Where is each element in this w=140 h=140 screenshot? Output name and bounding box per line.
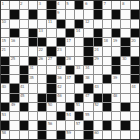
- cell-r12-c5[interactable]: [47, 112, 55, 120]
- cell-r12-c1[interactable]: [10, 112, 18, 120]
- cell-r11-c0-block: [1, 103, 9, 111]
- cell-r14-c8[interactable]: [75, 131, 83, 139]
- cell-r13-c1[interactable]: [10, 121, 18, 129]
- cell-r6-c5[interactable]: 27: [47, 57, 55, 65]
- cell-r9-c4[interactable]: [38, 84, 46, 92]
- cell-r0-c13[interactable]: 8: [121, 1, 129, 9]
- cell-r9-c1-block: [10, 84, 18, 92]
- clue-number: 57: [76, 121, 80, 126]
- cell-r0-c1[interactable]: [10, 1, 18, 9]
- cell-r12-c8-block: [75, 112, 83, 120]
- cell-r13-c10[interactable]: [94, 121, 102, 129]
- cell-r2-c0[interactable]: 10: [1, 20, 9, 28]
- cell-r9-c8[interactable]: [75, 84, 83, 92]
- cell-r0-c2[interactable]: 2: [20, 1, 28, 9]
- cell-r4-c0[interactable]: 15: [1, 38, 9, 46]
- cell-r11-c12[interactable]: [112, 103, 120, 111]
- cell-r5-c6[interactable]: 23: [57, 47, 65, 55]
- cell-r9-c2[interactable]: 41: [20, 84, 28, 92]
- cell-r6-c11[interactable]: [103, 57, 111, 65]
- cell-r8-c6[interactable]: 36: [57, 75, 65, 83]
- clue-number: 31: [29, 66, 33, 71]
- clue-number: 14: [76, 29, 80, 34]
- cell-r7-c8[interactable]: 33: [75, 66, 83, 74]
- cell-r4-c1[interactable]: 16: [10, 38, 18, 46]
- clue-number: 40: [2, 84, 6, 89]
- clue-number: 41: [20, 84, 24, 89]
- cell-r6-c0-block: [1, 57, 9, 65]
- cell-r4-c12[interactable]: 19: [112, 38, 120, 46]
- cell-r13-c9-block: [84, 121, 92, 129]
- clue-number: 34: [85, 66, 89, 71]
- clue-number: 42: [57, 84, 61, 89]
- cell-r14-c4-block: [38, 131, 46, 139]
- cell-r10-c8-block: [75, 94, 83, 102]
- cell-r14-c9-block: [84, 131, 92, 139]
- cell-r1-c9[interactable]: [84, 10, 92, 18]
- cell-r1-c7[interactable]: [66, 10, 74, 18]
- cell-r6-c1[interactable]: 25: [10, 57, 18, 65]
- cell-r8-c10[interactable]: [94, 75, 102, 83]
- cell-r9-c14[interactable]: 44: [131, 84, 139, 92]
- cell-r14-c12[interactable]: [112, 131, 120, 139]
- cell-r7-c13[interactable]: [121, 66, 129, 74]
- cell-r5-c9-block: [84, 47, 92, 55]
- cell-r8-c11-block: [103, 75, 111, 83]
- cell-r4-c10-block: [94, 38, 102, 46]
- cell-r9-c3[interactable]: [29, 84, 37, 92]
- clue-number: 2: [20, 1, 22, 6]
- clue-number: 47: [85, 94, 89, 99]
- cell-r12-c7[interactable]: 54: [66, 112, 74, 120]
- cell-r1-c1-block: [10, 10, 18, 18]
- cell-r10-c1-block: [10, 94, 18, 102]
- clue-number: 38: [85, 75, 89, 80]
- cell-r3-c11[interactable]: [103, 29, 111, 37]
- cell-r6-c9-block: [84, 57, 92, 65]
- cell-r0-c3[interactable]: [29, 1, 37, 9]
- cell-r14-c5[interactable]: [47, 131, 55, 139]
- clue-number: 20: [131, 38, 135, 43]
- cell-r9-c13[interactable]: [121, 84, 129, 92]
- cell-r5-c2[interactable]: [20, 47, 28, 55]
- clue-number: 50: [48, 103, 52, 108]
- cell-r6-c3-block: [29, 57, 37, 65]
- clue-number: 54: [66, 112, 70, 117]
- cell-r5-c3[interactable]: [29, 47, 37, 55]
- cell-r9-c0[interactable]: 40: [1, 84, 9, 92]
- cell-r2-c7[interactable]: [66, 20, 74, 28]
- cell-r3-c6[interactable]: [57, 29, 65, 37]
- cell-r0-c11[interactable]: 7: [103, 1, 111, 9]
- cell-r1-c4[interactable]: [38, 10, 46, 18]
- clue-number: 21: [2, 47, 6, 52]
- cell-r13-c11-block: [103, 121, 111, 129]
- cell-r5-c0[interactable]: 21: [1, 47, 9, 55]
- clue-number: 59: [66, 131, 70, 136]
- cell-r10-c2[interactable]: 45: [20, 94, 28, 102]
- cell-r11-c11-block: [103, 103, 111, 111]
- cell-r10-c0[interactable]: [1, 94, 9, 102]
- cell-r7-c11[interactable]: [103, 66, 111, 74]
- cell-r3-c0[interactable]: [1, 29, 9, 37]
- cell-r5-c13-block: [121, 47, 129, 55]
- clue-number: 51: [76, 103, 80, 108]
- clue-number: 46: [57, 94, 61, 99]
- clue-number: 15: [2, 38, 6, 43]
- crossword-grid: 1234567891011121314151617181920212223242…: [0, 0, 140, 140]
- cell-r6-c10[interactable]: 29: [94, 57, 102, 65]
- clue-number: 18: [103, 38, 107, 43]
- cell-r2-c13[interactable]: [121, 20, 129, 28]
- cell-r2-c9[interactable]: 12: [84, 20, 92, 28]
- clue-number: 8: [122, 1, 124, 6]
- cell-r4-c9-block: [84, 38, 92, 46]
- cell-r12-c4[interactable]: [38, 112, 46, 120]
- cell-r10-c5-block: [47, 94, 55, 102]
- cell-r0-c10-block: [94, 1, 102, 9]
- clue-number: 26: [39, 57, 43, 62]
- cell-r6-c4[interactable]: 26: [38, 57, 46, 65]
- cell-r8-c4[interactable]: [38, 75, 46, 83]
- clue-number: 39: [113, 75, 117, 80]
- cell-r11-c8[interactable]: 51: [75, 103, 83, 111]
- cell-r12-c3[interactable]: [29, 112, 37, 120]
- clue-number: 44: [131, 84, 135, 89]
- cell-r10-c4-block: [38, 94, 46, 102]
- cell-r13-c8[interactable]: 57: [75, 121, 83, 129]
- cell-r0-c7[interactable]: 5: [66, 1, 74, 9]
- clue-number: 36: [57, 75, 61, 80]
- cell-r2-c12[interactable]: [112, 20, 120, 28]
- clue-number: 48: [113, 94, 117, 99]
- cell-r10-c13[interactable]: [121, 94, 129, 102]
- cell-r12-c9[interactable]: 55: [84, 112, 92, 120]
- cell-r10-c14[interactable]: [131, 94, 139, 102]
- cell-r4-c14[interactable]: 20: [131, 38, 139, 46]
- cell-r7-c12-block: [112, 66, 120, 74]
- clue-number: 35: [29, 75, 33, 80]
- cell-r1-c2[interactable]: [20, 10, 28, 18]
- cell-r10-c6[interactable]: 46: [57, 94, 65, 102]
- cell-r12-c13[interactable]: [121, 112, 129, 120]
- cell-r9-c10[interactable]: 43: [94, 84, 102, 92]
- cell-r8-c5-block: [47, 75, 55, 83]
- clue-number: 30: [122, 57, 126, 62]
- cell-r11-c10[interactable]: 52: [94, 103, 102, 111]
- cell-r4-c8[interactable]: [75, 38, 83, 46]
- cell-r11-c5[interactable]: 50: [47, 103, 55, 111]
- clue-number: 49: [11, 103, 15, 108]
- cell-r12-c10[interactable]: [94, 112, 102, 120]
- clue-number: 28: [66, 57, 70, 62]
- cell-r1-c10-block: [94, 10, 102, 18]
- cell-r8-c3[interactable]: 35: [29, 75, 37, 83]
- cell-r13-c4-block: [38, 121, 46, 129]
- cell-r0-c5-block: [47, 1, 55, 9]
- cell-r5-c5-block: [47, 47, 55, 55]
- cell-r1-c8[interactable]: [75, 10, 83, 18]
- cell-r12-c6-block: [57, 112, 65, 120]
- cell-r1-c14-block: [131, 10, 139, 18]
- cell-r5-c10[interactable]: 24: [94, 47, 102, 55]
- cell-r3-c14-block: [131, 29, 139, 37]
- cell-r9-c5-block: [47, 84, 55, 92]
- clue-number: 12: [85, 20, 89, 25]
- cell-r13-c5[interactable]: 56: [47, 121, 55, 129]
- cell-r2-c10[interactable]: [94, 20, 102, 28]
- clue-number: 3: [39, 1, 41, 6]
- cell-r13-c0-block: [1, 121, 9, 129]
- cell-r3-c12-block: [112, 29, 120, 37]
- cell-r1-c6[interactable]: 9: [57, 10, 65, 18]
- cell-r2-c8-block: [75, 20, 83, 28]
- clue-number: 11: [48, 20, 52, 25]
- cell-r12-c12[interactable]: [112, 112, 120, 120]
- cell-r5-c8[interactable]: [75, 47, 83, 55]
- cell-r0-c6[interactable]: 4: [57, 1, 65, 9]
- cell-r9-c6[interactable]: 42: [57, 84, 65, 92]
- cell-r14-c7[interactable]: 59: [66, 131, 74, 139]
- clue-number: 6: [85, 1, 87, 6]
- cell-r10-c12[interactable]: 48: [112, 94, 120, 102]
- cell-r9-c9-block: [84, 84, 92, 92]
- cell-r14-c10[interactable]: 60: [94, 131, 102, 139]
- cell-r2-c3[interactable]: [29, 20, 37, 28]
- clue-number: 13: [39, 29, 43, 34]
- cell-r14-c11[interactable]: [103, 131, 111, 139]
- clue-number: 37: [66, 75, 70, 80]
- cell-r13-c7[interactable]: [66, 121, 74, 129]
- cell-r8-c14-block: [131, 75, 139, 83]
- cell-r10-c3[interactable]: [29, 94, 37, 102]
- cell-r4-c11[interactable]: 18: [103, 38, 111, 46]
- clue-number: 19: [113, 38, 117, 43]
- cell-r0-c8-block: [75, 1, 83, 9]
- cell-r6-c14-block: [131, 57, 139, 65]
- cell-r14-c3[interactable]: [29, 131, 37, 139]
- cell-r14-c6-block: [57, 131, 65, 139]
- cell-r11-c1[interactable]: 49: [10, 103, 18, 111]
- cell-r7-c3[interactable]: 31: [29, 66, 37, 74]
- clue-number: 53: [2, 112, 6, 117]
- clue-number: 22: [39, 47, 43, 52]
- cell-r3-c1-block: [10, 29, 18, 37]
- cell-r8-c8-block: [75, 75, 83, 83]
- cell-r12-c14[interactable]: [131, 112, 139, 120]
- cell-r7-c2-block: [20, 66, 28, 74]
- cell-r10-c9[interactable]: 47: [84, 94, 92, 102]
- clue-number: 5: [66, 1, 68, 6]
- cell-r10-c10-block: [94, 94, 102, 102]
- cell-r4-c5[interactable]: [47, 38, 55, 46]
- cell-r5-c7[interactable]: [66, 47, 74, 55]
- cell-r7-c4[interactable]: [38, 66, 46, 74]
- clue-number: 32: [57, 66, 61, 71]
- cell-r3-c9[interactable]: [84, 29, 92, 37]
- cell-r4-c4-block: [38, 38, 46, 46]
- clue-number: 10: [2, 20, 6, 25]
- clue-number: 60: [94, 131, 98, 136]
- clue-number: 1: [2, 1, 4, 6]
- cell-r7-c10[interactable]: [94, 66, 102, 74]
- clue-number: 7: [103, 1, 105, 6]
- cell-r3-c7-block: [66, 29, 74, 37]
- cell-r11-c13-block: [121, 103, 129, 111]
- cell-r0-c14[interactable]: [131, 1, 139, 9]
- cell-r4-c6-block: [57, 38, 65, 46]
- clue-number: 24: [94, 47, 98, 52]
- cell-r12-c0[interactable]: 53: [1, 112, 9, 120]
- cell-r6-c7[interactable]: 28: [66, 57, 74, 65]
- clue-number: 25: [11, 57, 15, 62]
- cell-r7-c7-block: [66, 66, 74, 74]
- cell-r8-c12[interactable]: 39: [112, 75, 120, 83]
- cell-r3-c10-block: [94, 29, 102, 37]
- cell-r0-c4[interactable]: 3: [38, 1, 46, 9]
- cell-r6-c8[interactable]: [75, 57, 83, 65]
- cell-r7-c0-block: [1, 66, 9, 74]
- cell-r13-c13-block: [121, 121, 129, 129]
- cell-r0-c12[interactable]: [112, 1, 120, 9]
- cell-r1-c0[interactable]: [1, 10, 9, 18]
- cell-r9-c12[interactable]: [112, 84, 120, 92]
- cell-r9-c11[interactable]: [103, 84, 111, 92]
- cell-r3-c3-block: [29, 29, 37, 37]
- cell-r14-c2[interactable]: [20, 131, 28, 139]
- cell-r1-c5-block: [47, 10, 55, 18]
- cell-r12-c11[interactable]: [103, 112, 111, 120]
- cell-r3-c13[interactable]: [121, 29, 129, 37]
- clue-number: 58: [2, 131, 6, 136]
- cell-r5-c12[interactable]: [112, 47, 120, 55]
- cell-r8-c1[interactable]: [10, 75, 18, 83]
- cell-r7-c9[interactable]: 34: [84, 66, 92, 74]
- cell-r14-c13[interactable]: [121, 131, 129, 139]
- cell-r13-c12[interactable]: [112, 121, 120, 129]
- cell-r12-c2[interactable]: [20, 112, 28, 120]
- cell-r6-c2[interactable]: [20, 57, 28, 65]
- cell-r3-c5[interactable]: [47, 29, 55, 37]
- cell-r8-c7[interactable]: 37: [66, 75, 74, 83]
- clue-number: 16: [11, 38, 15, 43]
- cell-r4-c13-block: [121, 38, 129, 46]
- clue-number: 56: [48, 121, 52, 126]
- cell-r7-c6[interactable]: 32: [57, 66, 65, 74]
- cell-r11-c14[interactable]: [131, 103, 139, 111]
- cell-r1-c13[interactable]: [121, 10, 129, 18]
- cell-r5-c4[interactable]: 22: [38, 47, 46, 55]
- cell-r6-c13[interactable]: 30: [121, 57, 129, 65]
- cell-r13-c6[interactable]: [57, 121, 65, 129]
- cell-r1-c12-block: [112, 10, 120, 18]
- cell-r1-c3-block: [29, 10, 37, 18]
- cell-r11-c9[interactable]: [84, 103, 92, 111]
- clue-number: 9: [57, 10, 59, 15]
- cell-r7-c5[interactable]: [47, 66, 55, 74]
- cell-r5-c1[interactable]: [10, 47, 18, 55]
- cell-r4-c7[interactable]: 17: [66, 38, 74, 46]
- cell-r5-c11[interactable]: [103, 47, 111, 55]
- clue-number: 29: [94, 57, 98, 62]
- cell-r6-c12-block: [112, 57, 120, 65]
- cell-r4-c3-block: [29, 38, 37, 46]
- cell-r2-c5[interactable]: 11: [47, 20, 55, 28]
- cell-r5-c14[interactable]: [131, 47, 139, 55]
- clue-number: 55: [85, 112, 89, 117]
- cell-r8-c2-block: [20, 75, 28, 83]
- cell-r2-c4[interactable]: [38, 20, 46, 28]
- cell-r11-c6[interactable]: [57, 103, 65, 111]
- cell-r13-c14[interactable]: [131, 121, 139, 129]
- cell-r11-c4-block: [38, 103, 46, 111]
- cell-r3-c8[interactable]: 14: [75, 29, 83, 37]
- cell-r1-c11[interactable]: [103, 10, 111, 18]
- clue-number: 52: [94, 103, 98, 108]
- clue-number: 43: [94, 84, 98, 89]
- cell-r2-c2[interactable]: [20, 20, 28, 28]
- cell-r0-c0[interactable]: 1: [1, 1, 9, 9]
- cell-r3-c4[interactable]: 13: [38, 29, 46, 37]
- cell-r8-c9[interactable]: 38: [84, 75, 92, 83]
- cell-r3-c2[interactable]: [20, 29, 28, 37]
- crossword-page: 1234567891011121314151617181920212223242…: [0, 0, 140, 140]
- cell-r7-c14-block: [131, 66, 139, 74]
- cell-r8-c13[interactable]: [121, 75, 129, 83]
- cell-r13-c2-block: [20, 121, 28, 129]
- cell-r8-c0-block: [1, 75, 9, 83]
- cell-r10-c7[interactable]: [66, 94, 74, 102]
- cell-r2-c11[interactable]: [103, 20, 111, 28]
- cell-r2-c6-block: [57, 20, 65, 28]
- clue-number: 4: [57, 1, 59, 6]
- cell-r2-c1[interactable]: [10, 20, 18, 28]
- clue-number: 17: [66, 38, 70, 43]
- cell-r14-c0[interactable]: 58: [1, 131, 9, 139]
- clue-number: 23: [57, 47, 61, 52]
- cell-r4-c2[interactable]: [20, 38, 28, 46]
- clue-number: 45: [20, 94, 24, 99]
- cell-r2-c14[interactable]: [131, 20, 139, 28]
- clue-number: 27: [48, 57, 52, 62]
- clue-number: 33: [76, 66, 80, 71]
- cell-r11-c2-block: [20, 103, 28, 111]
- cell-r6-c6-block: [57, 57, 65, 65]
- cell-r14-c14[interactable]: [131, 131, 139, 139]
- cell-r9-c7[interactable]: [66, 84, 74, 92]
- cell-r0-c9[interactable]: 6: [84, 1, 92, 9]
- cell-r10-c11-block: [103, 94, 111, 102]
- cell-r7-c1[interactable]: [10, 66, 18, 74]
- cell-r11-c7-block: [66, 103, 74, 111]
- cell-r14-c1[interactable]: [10, 131, 18, 139]
- cell-r13-c3[interactable]: [29, 121, 37, 129]
- cell-r11-c3[interactable]: [29, 103, 37, 111]
